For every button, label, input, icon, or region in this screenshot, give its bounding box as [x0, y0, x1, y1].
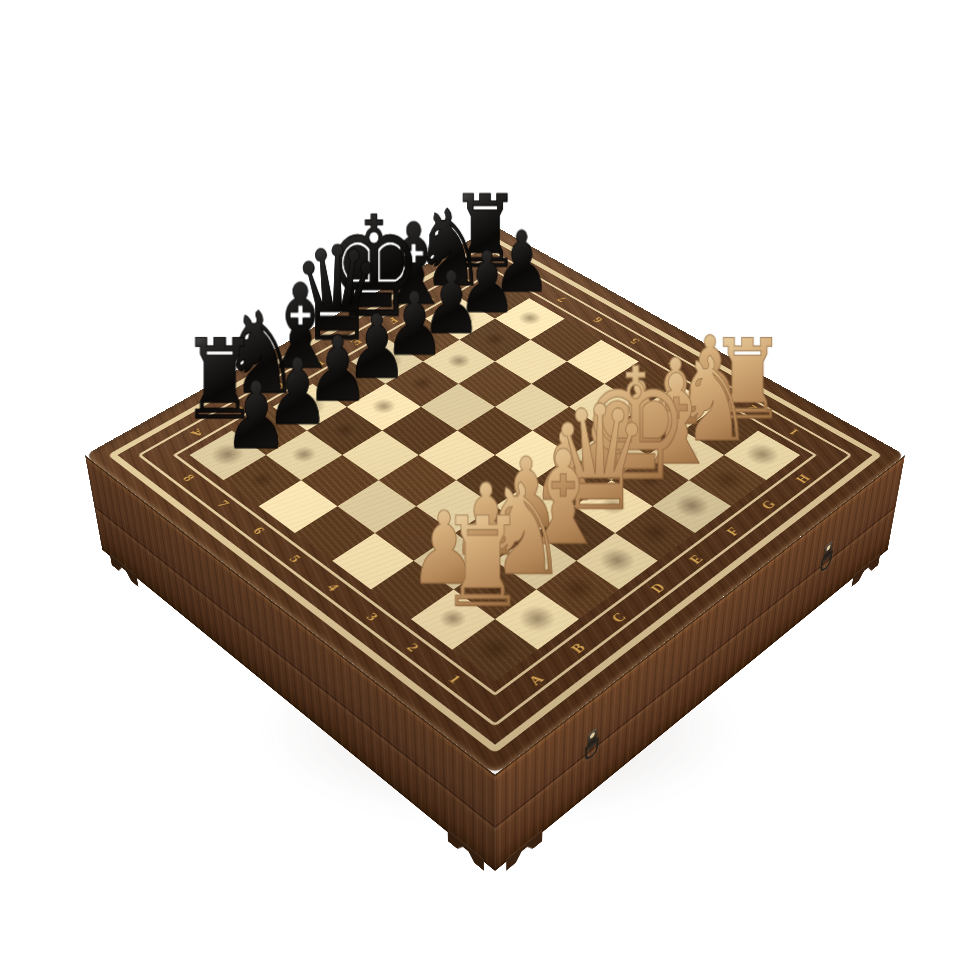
box-foot-left-corner: [110, 553, 139, 587]
box-foot-right-corner: [852, 553, 881, 587]
scene: AA88BB77CC66DD55EE44FF33GG22HH11 ♜♞♝♛♚♝♞…: [0, 0, 970, 970]
piece-black-pawn-a7[interactable]: ♟: [224, 371, 289, 463]
piece-white-rook-a1[interactable]: ♜: [439, 500, 526, 624]
metal-latch-1: [581, 723, 602, 770]
chess-box: AA88BB77CC66DD55EE44FF33GG22HH11 ♜♞♝♛♚♝♞…: [85, 226, 905, 774]
latch-hook: [820, 550, 834, 574]
box-foot-near-corner-2: [448, 829, 484, 871]
metal-latch-2: [816, 537, 837, 581]
box-foot-near-corner: [506, 829, 542, 871]
product-photo-canvas: AA88BB77CC66DD55EE44FF33GG22HH11 ♜♞♝♛♚♝♞…: [0, 0, 970, 970]
box-lid-board-top: AA88BB77CC66DD55EE44FF33GG22HH11 ♜♞♝♛♚♝♞…: [85, 226, 905, 774]
